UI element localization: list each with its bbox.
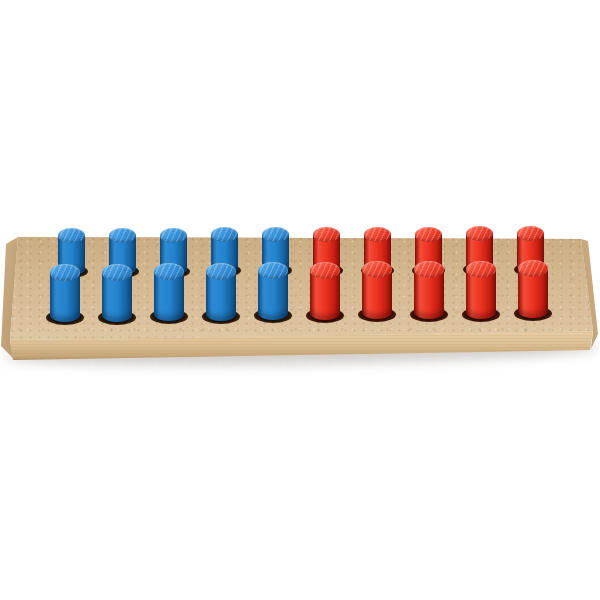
product-photo-scene (0, 0, 600, 600)
peg-front-10-red[interactable] (514, 260, 552, 324)
peg-top (154, 263, 184, 280)
peg-top (414, 261, 444, 278)
peg-front-2-blue[interactable] (98, 264, 136, 328)
peg-front-1-blue[interactable] (46, 264, 84, 328)
peg-top (466, 226, 493, 241)
peg-top (206, 263, 236, 280)
peg-top (160, 228, 187, 243)
peg-front-6-red[interactable] (306, 262, 344, 326)
peg-top (211, 227, 238, 242)
peg-top (466, 261, 496, 278)
peg-front-8-red[interactable] (410, 261, 448, 325)
peg-front-4-blue[interactable] (202, 263, 240, 327)
peg-top (50, 264, 80, 281)
peg-top (415, 227, 442, 242)
peg-front-9-red[interactable] (462, 261, 500, 325)
peg-top (109, 228, 136, 243)
peg-top (310, 262, 340, 279)
peg-top (517, 226, 544, 241)
peg-top (518, 260, 548, 277)
peg-top (313, 227, 340, 242)
peg-front-3-blue[interactable] (150, 263, 188, 327)
peg-top (364, 227, 391, 242)
peg-front-5-blue[interactable] (254, 262, 292, 326)
peg-top (102, 264, 132, 281)
peg-front-7-red[interactable] (358, 261, 396, 325)
board-top-surface (8, 236, 598, 342)
peg-top (58, 228, 85, 243)
peg-top (262, 227, 289, 242)
